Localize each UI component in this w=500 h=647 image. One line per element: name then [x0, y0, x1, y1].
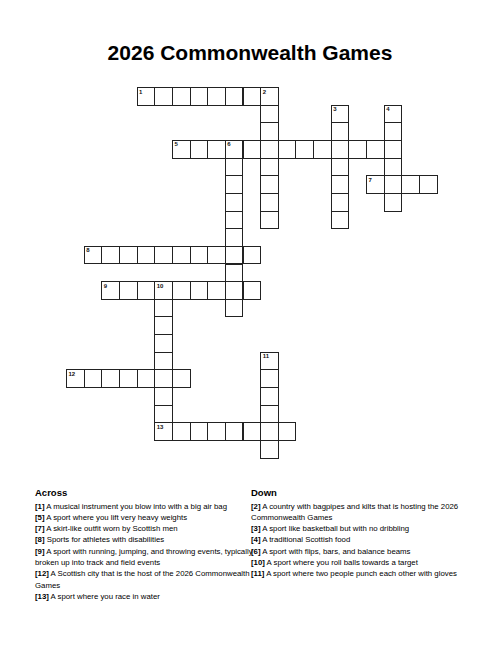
clue-number: [10] — [251, 558, 265, 567]
grid-cell[interactable] — [137, 281, 156, 300]
clue-number: [4] — [251, 535, 261, 544]
down-clue-list: [2] A country with bagpipes and kilts th… — [251, 501, 497, 580]
across-clues-section: Across [1] A musical instrument you blow… — [35, 487, 253, 602]
grid-cell[interactable] — [137, 246, 156, 265]
grid-cell[interactable] — [331, 140, 350, 159]
grid-cell[interactable] — [225, 299, 244, 318]
cell-number: 12 — [69, 371, 76, 377]
grid-cell[interactable] — [137, 369, 156, 388]
grid-cell[interactable]: 1 — [137, 87, 156, 106]
grid-cell[interactable] — [260, 369, 279, 388]
clue-number: [12] — [35, 569, 49, 578]
grid-cell[interactable] — [384, 193, 403, 212]
clue-item: [6] A sport with flips, bars, and balanc… — [251, 546, 497, 557]
clue-number: [6] — [251, 547, 261, 556]
clue-item: [10] A sport where you roll balls toward… — [251, 557, 497, 568]
grid-cell[interactable] — [154, 387, 173, 406]
clue-item: [8] Sports for athletes with disabilitie… — [35, 534, 253, 545]
grid-cell[interactable] — [384, 175, 403, 194]
cell-number: 1 — [139, 89, 142, 95]
grid-cell[interactable] — [348, 140, 367, 159]
clue-item: [12] A Scottish city that is the host of… — [35, 568, 253, 591]
grid-cell[interactable] — [260, 211, 279, 230]
grid-cell[interactable] — [225, 158, 244, 177]
grid-cell[interactable] — [260, 105, 279, 124]
grid-cell[interactable] — [384, 122, 403, 141]
cell-number: 3 — [333, 106, 336, 112]
cell-number: 11 — [263, 353, 269, 359]
grid-cell[interactable] — [278, 140, 297, 159]
grid-cell[interactable] — [190, 140, 209, 159]
clue-number: [13] — [35, 592, 49, 601]
grid-cell[interactable] — [172, 246, 191, 265]
grid-cell[interactable]: 12 — [66, 369, 85, 388]
down-header: Down — [251, 487, 497, 499]
grid-cell[interactable]: 13 — [154, 422, 173, 441]
grid-cell[interactable] — [207, 87, 226, 106]
grid-cell[interactable] — [225, 264, 244, 283]
grid-cell[interactable]: 2 — [260, 87, 279, 106]
grid-cell[interactable] — [260, 175, 279, 194]
grid-cell[interactable] — [172, 422, 191, 441]
grid-cell[interactable]: 11 — [260, 352, 279, 371]
grid-cell[interactable] — [154, 316, 173, 335]
grid-cell[interactable] — [401, 175, 420, 194]
grid-cell[interactable] — [225, 193, 244, 212]
grid-cell[interactable] — [243, 422, 262, 441]
grid-cell[interactable] — [331, 158, 350, 177]
across-header: Across — [35, 487, 253, 499]
cell-number: 8 — [86, 247, 89, 253]
grid-cell[interactable] — [260, 140, 279, 159]
grid-cell[interactable] — [331, 122, 350, 141]
cell-number: 4 — [386, 106, 389, 112]
grid-cell[interactable] — [243, 140, 262, 159]
grid-cell[interactable] — [207, 140, 226, 159]
clue-number: [8] — [35, 535, 45, 544]
grid-cell[interactable] — [119, 246, 138, 265]
grid-cell[interactable] — [154, 405, 173, 424]
puzzle-title: 2026 Commonwealth Games — [0, 41, 500, 65]
grid-cell[interactable] — [331, 211, 350, 230]
grid-cell[interactable] — [101, 246, 120, 265]
cell-number: 10 — [157, 283, 164, 289]
grid-cell[interactable] — [172, 87, 191, 106]
cell-number: 5 — [174, 141, 177, 147]
grid-cell[interactable] — [172, 281, 191, 300]
grid-cell[interactable] — [154, 352, 173, 371]
grid-cell[interactable] — [154, 87, 173, 106]
grid-cell[interactable] — [119, 281, 138, 300]
grid-cell[interactable] — [154, 369, 173, 388]
grid-cell[interactable] — [260, 122, 279, 141]
cell-number: 2 — [263, 89, 266, 95]
grid-cell[interactable] — [243, 87, 262, 106]
grid-cell[interactable] — [260, 193, 279, 212]
clue-number: [3] — [251, 524, 261, 533]
clue-item: [1] A musical instrument you blow into w… — [35, 501, 253, 512]
grid-cell[interactable] — [384, 140, 403, 159]
clue-item: [5] A sport where you lift very heavy we… — [35, 512, 253, 523]
grid-cell[interactable] — [207, 281, 226, 300]
clue-number: [9] — [35, 547, 45, 556]
grid-cell[interactable] — [225, 211, 244, 230]
grid-cell[interactable] — [190, 87, 209, 106]
grid-cell[interactable] — [260, 387, 279, 406]
grid-cell[interactable]: 6 — [225, 140, 244, 159]
clue-item: [7] A skirt-like outfit worn by Scottish… — [35, 523, 253, 534]
clue-item: [9] A sport with running, jumping, and t… — [35, 546, 253, 569]
grid-cell[interactable] — [119, 369, 138, 388]
cell-number: 7 — [369, 177, 372, 183]
clue-number: [2] — [251, 502, 261, 511]
grid-cell[interactable] — [295, 140, 314, 159]
grid-cell[interactable] — [207, 422, 226, 441]
grid-cell[interactable]: 5 — [172, 140, 191, 159]
grid-cell[interactable] — [260, 158, 279, 177]
crossword-grid: 12345678910131112 — [66, 87, 438, 459]
grid-cell[interactable] — [243, 281, 262, 300]
grid-cell[interactable] — [278, 422, 297, 441]
grid-cell[interactable] — [154, 246, 173, 265]
grid-cell[interactable] — [260, 440, 279, 459]
grid-cell[interactable] — [313, 140, 332, 159]
grid-cell[interactable] — [331, 193, 350, 212]
grid-cell[interactable] — [225, 228, 244, 247]
clue-item: [13] A sport where you race in water — [35, 591, 253, 602]
cell-number: 6 — [227, 141, 230, 147]
clue-number: [7] — [35, 524, 45, 533]
grid-cell[interactable] — [225, 281, 244, 300]
grid-cell[interactable] — [225, 422, 244, 441]
grid-cell[interactable] — [225, 246, 244, 265]
grid-cell[interactable] — [384, 158, 403, 177]
grid-cell[interactable]: 7 — [366, 175, 385, 194]
grid-cell[interactable] — [84, 369, 103, 388]
clue-item: [4] A traditional Scottish food — [251, 534, 497, 545]
grid-cell[interactable] — [260, 405, 279, 424]
crossword-worksheet: 2026 Commonwealth Games 1234567891013111… — [0, 0, 500, 647]
grid-cell[interactable]: 10 — [154, 281, 173, 300]
grid-cell[interactable] — [331, 175, 350, 194]
clue-number: [5] — [35, 513, 45, 522]
grid-cell[interactable] — [101, 369, 120, 388]
down-clues-section: Down [2] A country with bagpipes and kil… — [251, 487, 497, 580]
grid-cell[interactable]: 8 — [84, 246, 103, 265]
cell-number: 13 — [157, 424, 164, 430]
grid-cell[interactable] — [243, 246, 262, 265]
clue-item: [2] A country with bagpipes and kilts th… — [251, 501, 497, 524]
grid-cell[interactable] — [154, 334, 173, 353]
grid-cell[interactable]: 3 — [331, 105, 350, 124]
grid-cell[interactable] — [190, 422, 209, 441]
clue-item: [3] A sport like basketball but with no … — [251, 523, 497, 534]
grid-cell[interactable] — [419, 175, 438, 194]
grid-cell[interactable] — [366, 140, 385, 159]
grid-cell[interactable]: 9 — [101, 281, 120, 300]
cell-number: 9 — [104, 283, 107, 289]
across-clue-list: [1] A musical instrument you blow into w… — [35, 501, 253, 603]
grid-cell[interactable] — [225, 87, 244, 106]
grid-cell[interactable] — [190, 281, 209, 300]
clue-number: [11] — [251, 569, 264, 578]
grid-cell[interactable] — [190, 246, 209, 265]
grid-cell[interactable]: 4 — [384, 105, 403, 124]
grid-cell[interactable] — [225, 175, 244, 194]
grid-cell[interactable] — [207, 246, 226, 265]
clue-number: [1] — [35, 502, 45, 511]
grid-cell[interactable] — [172, 369, 191, 388]
grid-cell[interactable] — [260, 422, 279, 441]
grid-cell[interactable] — [154, 299, 173, 318]
clue-item: [11] A sport where two people punch each… — [251, 568, 497, 579]
